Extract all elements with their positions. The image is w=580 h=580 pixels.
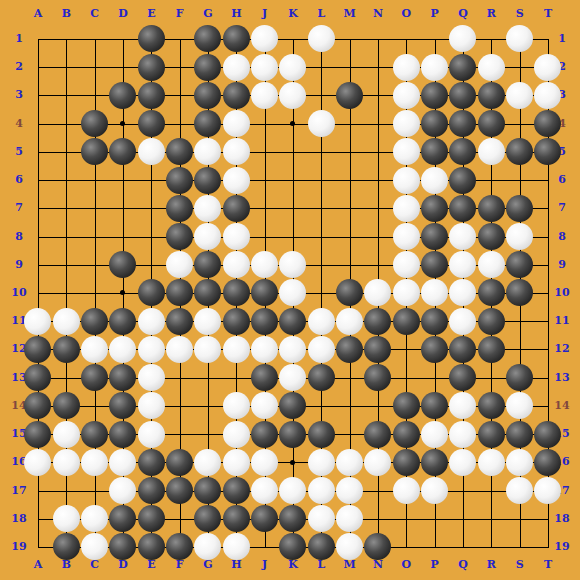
black-stone-G9[interactable]: [194, 251, 221, 278]
intersection-D18[interactable]: [109, 505, 137, 533]
intersection-D10[interactable]: [109, 279, 137, 307]
intersection-N13[interactable]: [364, 364, 392, 392]
black-stone-S15[interactable]: [506, 421, 533, 448]
intersection-K14[interactable]: [279, 392, 307, 420]
intersection-O4[interactable]: [392, 110, 420, 138]
intersection-R12[interactable]: [477, 335, 505, 363]
white-stone-O5[interactable]: [393, 138, 420, 165]
black-stone-R14[interactable]: [478, 392, 505, 419]
intersection-B18[interactable]: [52, 505, 80, 533]
intersection-E8[interactable]: [137, 222, 165, 250]
intersection-R11[interactable]: [477, 307, 505, 335]
white-stone-O3[interactable]: [393, 82, 420, 109]
white-stone-H19[interactable]: [223, 533, 250, 560]
white-stone-F12[interactable]: [166, 336, 193, 363]
intersection-K8[interactable]: [279, 222, 307, 250]
intersection-M8[interactable]: [335, 222, 363, 250]
black-stone-G2[interactable]: [194, 54, 221, 81]
white-stone-O7[interactable]: [393, 195, 420, 222]
intersection-L19[interactable]: [307, 533, 335, 561]
black-stone-K18[interactable]: [279, 505, 306, 532]
intersection-G3[interactable]: [194, 81, 222, 109]
white-stone-J9[interactable]: [251, 251, 278, 278]
white-stone-S1[interactable]: [506, 25, 533, 52]
intersection-E2[interactable]: [137, 53, 165, 81]
black-stone-B14[interactable]: [53, 392, 80, 419]
white-stone-Q15[interactable]: [449, 421, 476, 448]
intersection-Q11[interactable]: [449, 307, 477, 335]
intersection-B16[interactable]: [52, 448, 80, 476]
intersection-E9[interactable]: [137, 251, 165, 279]
black-stone-G3[interactable]: [194, 82, 221, 109]
white-stone-E13[interactable]: [138, 364, 165, 391]
intersection-J3[interactable]: [250, 81, 278, 109]
intersection-T6[interactable]: [534, 166, 562, 194]
intersection-P18[interactable]: [420, 505, 448, 533]
intersection-S12[interactable]: [505, 335, 533, 363]
intersection-A4[interactable]: [24, 110, 52, 138]
intersection-T1[interactable]: [534, 25, 562, 53]
intersection-T4[interactable]: [534, 110, 562, 138]
intersection-Q5[interactable]: [449, 138, 477, 166]
intersection-H14[interactable]: [222, 392, 250, 420]
intersection-N4[interactable]: [364, 110, 392, 138]
intersection-N12[interactable]: [364, 335, 392, 363]
intersection-H13[interactable]: [222, 364, 250, 392]
white-stone-J14[interactable]: [251, 392, 278, 419]
intersection-L15[interactable]: [307, 420, 335, 448]
intersection-F3[interactable]: [165, 81, 193, 109]
intersection-A3[interactable]: [24, 81, 52, 109]
intersection-E7[interactable]: [137, 194, 165, 222]
black-stone-S10[interactable]: [506, 279, 533, 306]
black-stone-G6[interactable]: [194, 167, 221, 194]
black-stone-K11[interactable]: [279, 308, 306, 335]
white-stone-N16[interactable]: [364, 449, 391, 476]
intersection-J18[interactable]: [250, 505, 278, 533]
intersection-D16[interactable]: [109, 448, 137, 476]
black-stone-K15[interactable]: [279, 421, 306, 448]
intersection-N9[interactable]: [364, 251, 392, 279]
white-stone-O10[interactable]: [393, 279, 420, 306]
intersection-B13[interactable]: [52, 364, 80, 392]
white-stone-G12[interactable]: [194, 336, 221, 363]
intersection-S19[interactable]: [505, 533, 533, 561]
intersection-L16[interactable]: [307, 448, 335, 476]
intersection-B8[interactable]: [52, 222, 80, 250]
white-stone-K9[interactable]: [279, 251, 306, 278]
black-stone-R10[interactable]: [478, 279, 505, 306]
intersection-O1[interactable]: [392, 25, 420, 53]
black-stone-O15[interactable]: [393, 421, 420, 448]
white-stone-E5[interactable]: [138, 138, 165, 165]
white-stone-S8[interactable]: [506, 223, 533, 250]
white-stone-R16[interactable]: [478, 449, 505, 476]
black-stone-F16[interactable]: [166, 449, 193, 476]
intersection-P15[interactable]: [420, 420, 448, 448]
intersection-K4[interactable]: [279, 110, 307, 138]
intersection-J8[interactable]: [250, 222, 278, 250]
intersection-M16[interactable]: [335, 448, 363, 476]
intersection-P2[interactable]: [420, 53, 448, 81]
intersection-L9[interactable]: [307, 251, 335, 279]
intersection-R7[interactable]: [477, 194, 505, 222]
intersection-P4[interactable]: [420, 110, 448, 138]
black-stone-A13[interactable]: [24, 364, 51, 391]
intersection-G6[interactable]: [194, 166, 222, 194]
intersection-C1[interactable]: [80, 25, 108, 53]
white-stone-Q16[interactable]: [449, 449, 476, 476]
black-stone-E18[interactable]: [138, 505, 165, 532]
intersection-D12[interactable]: [109, 335, 137, 363]
black-stone-T4[interactable]: [534, 110, 561, 137]
intersection-L14[interactable]: [307, 392, 335, 420]
intersection-R14[interactable]: [477, 392, 505, 420]
white-stone-L16[interactable]: [308, 449, 335, 476]
black-stone-S5[interactable]: [506, 138, 533, 165]
intersection-M3[interactable]: [335, 81, 363, 109]
intersection-G16[interactable]: [194, 448, 222, 476]
intersection-J13[interactable]: [250, 364, 278, 392]
black-stone-N19[interactable]: [364, 533, 391, 560]
intersection-L17[interactable]: [307, 476, 335, 504]
white-stone-Q11[interactable]: [449, 308, 476, 335]
intersection-F14[interactable]: [165, 392, 193, 420]
white-stone-N10[interactable]: [364, 279, 391, 306]
intersection-K7[interactable]: [279, 194, 307, 222]
intersection-D6[interactable]: [109, 166, 137, 194]
black-stone-F5[interactable]: [166, 138, 193, 165]
black-stone-T15[interactable]: [534, 421, 561, 448]
intersection-S8[interactable]: [505, 222, 533, 250]
white-stone-M17[interactable]: [336, 477, 363, 504]
intersection-R19[interactable]: [477, 533, 505, 561]
intersection-Q3[interactable]: [449, 81, 477, 109]
intersection-A7[interactable]: [24, 194, 52, 222]
white-stone-T2[interactable]: [534, 54, 561, 81]
intersection-D1[interactable]: [109, 25, 137, 53]
intersection-A6[interactable]: [24, 166, 52, 194]
intersection-P13[interactable]: [420, 364, 448, 392]
intersection-F4[interactable]: [165, 110, 193, 138]
black-stone-F17[interactable]: [166, 477, 193, 504]
white-stone-J17[interactable]: [251, 477, 278, 504]
black-stone-C15[interactable]: [81, 421, 108, 448]
white-stone-J12[interactable]: [251, 336, 278, 363]
intersection-J5[interactable]: [250, 138, 278, 166]
white-stone-O8[interactable]: [393, 223, 420, 250]
intersection-E10[interactable]: [137, 279, 165, 307]
intersection-E13[interactable]: [137, 364, 165, 392]
intersection-L12[interactable]: [307, 335, 335, 363]
black-stone-K14[interactable]: [279, 392, 306, 419]
white-stone-L1[interactable]: [308, 25, 335, 52]
black-stone-P16[interactable]: [421, 449, 448, 476]
white-stone-G19[interactable]: [194, 533, 221, 560]
black-stone-P7[interactable]: [421, 195, 448, 222]
intersection-F5[interactable]: [165, 138, 193, 166]
intersection-F8[interactable]: [165, 222, 193, 250]
intersection-C10[interactable]: [80, 279, 108, 307]
intersection-L7[interactable]: [307, 194, 335, 222]
intersection-C7[interactable]: [80, 194, 108, 222]
intersection-M2[interactable]: [335, 53, 363, 81]
black-stone-R15[interactable]: [478, 421, 505, 448]
intersection-C11[interactable]: [80, 307, 108, 335]
intersection-S10[interactable]: [505, 279, 533, 307]
intersection-L5[interactable]: [307, 138, 335, 166]
intersection-B10[interactable]: [52, 279, 80, 307]
black-stone-C5[interactable]: [81, 138, 108, 165]
intersection-D13[interactable]: [109, 364, 137, 392]
white-stone-Q9[interactable]: [449, 251, 476, 278]
intersection-T18[interactable]: [534, 505, 562, 533]
intersection-F9[interactable]: [165, 251, 193, 279]
black-stone-R11[interactable]: [478, 308, 505, 335]
intersection-R6[interactable]: [477, 166, 505, 194]
intersection-G12[interactable]: [194, 335, 222, 363]
intersection-G15[interactable]: [194, 420, 222, 448]
intersection-T13[interactable]: [534, 364, 562, 392]
intersection-E11[interactable]: [137, 307, 165, 335]
black-stone-G1[interactable]: [194, 25, 221, 52]
intersection-O11[interactable]: [392, 307, 420, 335]
black-stone-Q12[interactable]: [449, 336, 476, 363]
intersection-R3[interactable]: [477, 81, 505, 109]
white-stone-P15[interactable]: [421, 421, 448, 448]
intersection-H12[interactable]: [222, 335, 250, 363]
intersection-O16[interactable]: [392, 448, 420, 476]
intersection-O8[interactable]: [392, 222, 420, 250]
intersection-R8[interactable]: [477, 222, 505, 250]
black-stone-H7[interactable]: [223, 195, 250, 222]
intersection-B1[interactable]: [52, 25, 80, 53]
white-stone-R9[interactable]: [478, 251, 505, 278]
white-stone-B18[interactable]: [53, 505, 80, 532]
intersection-A11[interactable]: [24, 307, 52, 335]
intersection-Q12[interactable]: [449, 335, 477, 363]
intersection-K6[interactable]: [279, 166, 307, 194]
intersection-M12[interactable]: [335, 335, 363, 363]
intersection-N5[interactable]: [364, 138, 392, 166]
intersection-C16[interactable]: [80, 448, 108, 476]
white-stone-C12[interactable]: [81, 336, 108, 363]
intersection-S3[interactable]: [505, 81, 533, 109]
intersection-S6[interactable]: [505, 166, 533, 194]
intersection-A14[interactable]: [24, 392, 52, 420]
intersection-K5[interactable]: [279, 138, 307, 166]
white-stone-O4[interactable]: [393, 110, 420, 137]
intersection-G14[interactable]: [194, 392, 222, 420]
white-stone-K3[interactable]: [279, 82, 306, 109]
intersection-M4[interactable]: [335, 110, 363, 138]
intersection-G19[interactable]: [194, 533, 222, 561]
intersection-D7[interactable]: [109, 194, 137, 222]
intersection-G10[interactable]: [194, 279, 222, 307]
intersection-P6[interactable]: [420, 166, 448, 194]
intersection-S5[interactable]: [505, 138, 533, 166]
intersection-G8[interactable]: [194, 222, 222, 250]
intersection-P16[interactable]: [420, 448, 448, 476]
intersection-R15[interactable]: [477, 420, 505, 448]
intersection-D11[interactable]: [109, 307, 137, 335]
intersection-M7[interactable]: [335, 194, 363, 222]
black-stone-D18[interactable]: [109, 505, 136, 532]
white-stone-C16[interactable]: [81, 449, 108, 476]
intersection-F18[interactable]: [165, 505, 193, 533]
intersection-Q4[interactable]: [449, 110, 477, 138]
intersection-H16[interactable]: [222, 448, 250, 476]
intersection-F16[interactable]: [165, 448, 193, 476]
intersection-G5[interactable]: [194, 138, 222, 166]
intersection-O13[interactable]: [392, 364, 420, 392]
intersection-E6[interactable]: [137, 166, 165, 194]
intersection-B17[interactable]: [52, 476, 80, 504]
intersection-E17[interactable]: [137, 476, 165, 504]
intersection-B2[interactable]: [52, 53, 80, 81]
intersection-B14[interactable]: [52, 392, 80, 420]
black-stone-D15[interactable]: [109, 421, 136, 448]
intersection-E14[interactable]: [137, 392, 165, 420]
white-stone-D16[interactable]: [109, 449, 136, 476]
intersection-P3[interactable]: [420, 81, 448, 109]
intersection-T5[interactable]: [534, 138, 562, 166]
intersection-G7[interactable]: [194, 194, 222, 222]
black-stone-R12[interactable]: [478, 336, 505, 363]
intersection-L2[interactable]: [307, 53, 335, 81]
black-stone-F7[interactable]: [166, 195, 193, 222]
intersection-E12[interactable]: [137, 335, 165, 363]
white-stone-C19[interactable]: [81, 533, 108, 560]
intersection-O10[interactable]: [392, 279, 420, 307]
intersection-A12[interactable]: [24, 335, 52, 363]
intersection-S18[interactable]: [505, 505, 533, 533]
white-stone-E15[interactable]: [138, 421, 165, 448]
black-stone-J10[interactable]: [251, 279, 278, 306]
black-stone-Q6[interactable]: [449, 167, 476, 194]
intersection-K18[interactable]: [279, 505, 307, 533]
intersection-T3[interactable]: [534, 81, 562, 109]
white-stone-Q10[interactable]: [449, 279, 476, 306]
white-stone-H9[interactable]: [223, 251, 250, 278]
white-stone-H2[interactable]: [223, 54, 250, 81]
intersection-L13[interactable]: [307, 364, 335, 392]
black-stone-E4[interactable]: [138, 110, 165, 137]
intersection-D15[interactable]: [109, 420, 137, 448]
white-stone-G7[interactable]: [194, 195, 221, 222]
intersection-M17[interactable]: [335, 476, 363, 504]
intersection-D2[interactable]: [109, 53, 137, 81]
intersection-M9[interactable]: [335, 251, 363, 279]
white-stone-O2[interactable]: [393, 54, 420, 81]
intersection-L8[interactable]: [307, 222, 335, 250]
intersection-H2[interactable]: [222, 53, 250, 81]
black-stone-O16[interactable]: [393, 449, 420, 476]
white-stone-P6[interactable]: [421, 167, 448, 194]
black-stone-P12[interactable]: [421, 336, 448, 363]
white-stone-D12[interactable]: [109, 336, 136, 363]
black-stone-B19[interactable]: [53, 533, 80, 560]
intersection-E4[interactable]: [137, 110, 165, 138]
black-stone-E17[interactable]: [138, 477, 165, 504]
intersection-E5[interactable]: [137, 138, 165, 166]
intersection-A8[interactable]: [24, 222, 52, 250]
black-stone-P8[interactable]: [421, 223, 448, 250]
intersection-L11[interactable]: [307, 307, 335, 335]
white-stone-K13[interactable]: [279, 364, 306, 391]
intersection-M10[interactable]: [335, 279, 363, 307]
black-stone-D13[interactable]: [109, 364, 136, 391]
black-stone-G18[interactable]: [194, 505, 221, 532]
intersection-T7[interactable]: [534, 194, 562, 222]
white-stone-A11[interactable]: [24, 308, 51, 335]
intersection-D4[interactable]: [109, 110, 137, 138]
white-stone-J3[interactable]: [251, 82, 278, 109]
black-stone-P4[interactable]: [421, 110, 448, 137]
black-stone-S7[interactable]: [506, 195, 533, 222]
black-stone-A14[interactable]: [24, 392, 51, 419]
white-stone-H6[interactable]: [223, 167, 250, 194]
black-stone-H17[interactable]: [223, 477, 250, 504]
intersection-N3[interactable]: [364, 81, 392, 109]
white-stone-J16[interactable]: [251, 449, 278, 476]
intersection-C2[interactable]: [80, 53, 108, 81]
black-stone-D11[interactable]: [109, 308, 136, 335]
white-stone-K10[interactable]: [279, 279, 306, 306]
intersection-B12[interactable]: [52, 335, 80, 363]
intersection-C18[interactable]: [80, 505, 108, 533]
white-stone-T3[interactable]: [534, 82, 561, 109]
intersection-N8[interactable]: [364, 222, 392, 250]
intersection-M15[interactable]: [335, 420, 363, 448]
intersection-R10[interactable]: [477, 279, 505, 307]
white-stone-B11[interactable]: [53, 308, 80, 335]
intersection-P7[interactable]: [420, 194, 448, 222]
white-stone-M11[interactable]: [336, 308, 363, 335]
intersection-Q2[interactable]: [449, 53, 477, 81]
white-stone-C18[interactable]: [81, 505, 108, 532]
intersection-N6[interactable]: [364, 166, 392, 194]
intersection-G18[interactable]: [194, 505, 222, 533]
intersection-H11[interactable]: [222, 307, 250, 335]
black-stone-H11[interactable]: [223, 308, 250, 335]
intersection-Q9[interactable]: [449, 251, 477, 279]
intersection-K12[interactable]: [279, 335, 307, 363]
intersection-H10[interactable]: [222, 279, 250, 307]
black-stone-H3[interactable]: [223, 82, 250, 109]
black-stone-A15[interactable]: [24, 421, 51, 448]
white-stone-Q14[interactable]: [449, 392, 476, 419]
intersection-B5[interactable]: [52, 138, 80, 166]
black-stone-N12[interactable]: [364, 336, 391, 363]
intersection-N1[interactable]: [364, 25, 392, 53]
intersection-C5[interactable]: [80, 138, 108, 166]
black-stone-D9[interactable]: [109, 251, 136, 278]
intersection-C4[interactable]: [80, 110, 108, 138]
black-stone-P14[interactable]: [421, 392, 448, 419]
black-stone-R8[interactable]: [478, 223, 505, 250]
intersection-F19[interactable]: [165, 533, 193, 561]
intersection-K15[interactable]: [279, 420, 307, 448]
black-stone-M10[interactable]: [336, 279, 363, 306]
white-stone-O6[interactable]: [393, 167, 420, 194]
intersection-O9[interactable]: [392, 251, 420, 279]
intersection-R4[interactable]: [477, 110, 505, 138]
intersection-S16[interactable]: [505, 448, 533, 476]
white-stone-H14[interactable]: [223, 392, 250, 419]
board-grid[interactable]: [24, 25, 562, 561]
intersection-J14[interactable]: [250, 392, 278, 420]
